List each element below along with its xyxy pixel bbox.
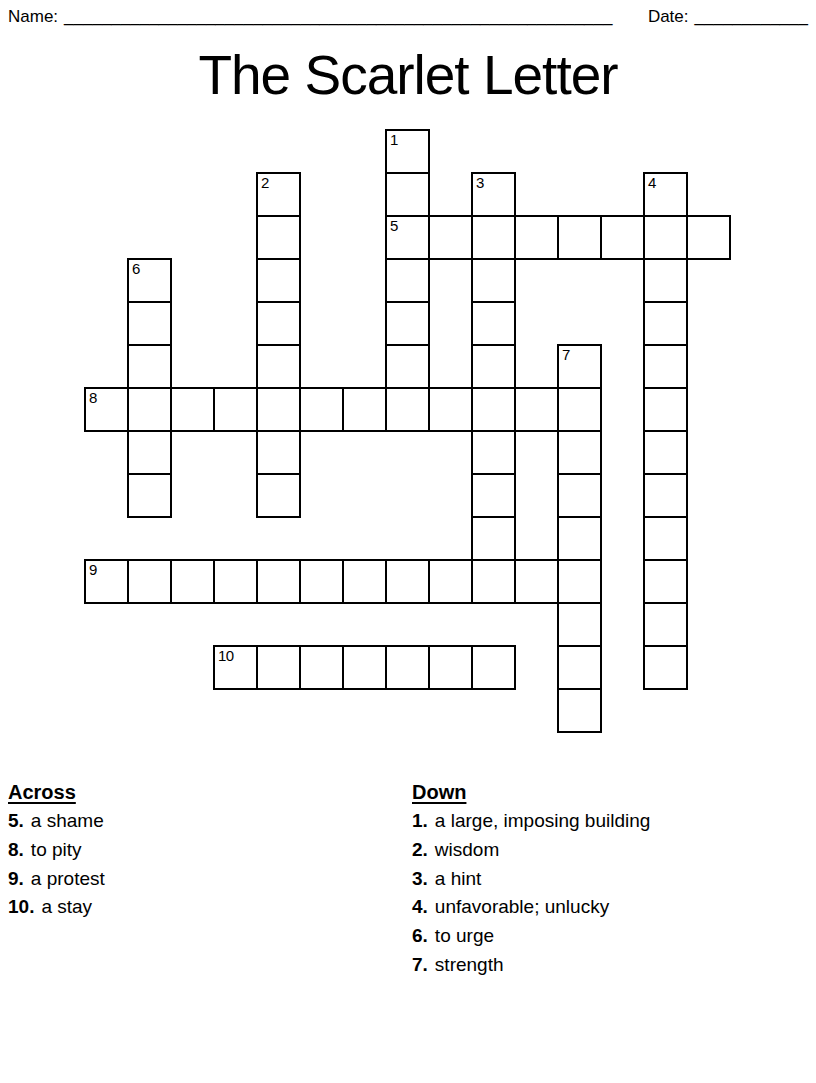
clue-number-7: 7 [562,347,570,362]
grid-cell[interactable] [428,215,473,260]
grid-cell[interactable] [471,473,516,518]
name-label: Name: [8,7,58,26]
grid-cell[interactable] [170,559,215,604]
grid-cell[interactable] [256,387,301,432]
across-clues: Across 5.a shame 8.to pity 9.a protest 1… [8,781,105,918]
grid-cell[interactable] [256,301,301,346]
grid-cell[interactable] [127,301,172,346]
grid-cell[interactable] [385,301,430,346]
clue-number-label: 3. [412,868,428,889]
grid-cell[interactable] [385,344,430,389]
grid-cell[interactable] [127,387,172,432]
grid-cell[interactable] [471,344,516,389]
clue-number-2: 2 [261,175,269,190]
grid-cell[interactable] [557,430,602,475]
grid-cell[interactable]: 3 [471,172,516,217]
grid-cell[interactable] [342,559,387,604]
clue-number-label: 4. [412,896,428,917]
clue-number-3: 3 [476,175,484,190]
grid-cell[interactable] [385,645,430,690]
clue-number-8: 8 [89,390,97,405]
grid-cell[interactable] [213,387,258,432]
grid-cell[interactable] [299,645,344,690]
clue-number-6: 6 [132,261,140,276]
date-blank[interactable]: ____________ [695,7,808,26]
clue-down-2: 2.wisdom [412,839,650,861]
clue-down-4: 4.unfavorable; unlucky [412,896,650,918]
grid-cell[interactable] [514,559,559,604]
clue-text: a hint [435,868,481,889]
grid-cell[interactable]: 1 [385,129,430,174]
grid-cell[interactable]: 8 [84,387,129,432]
clue-text: a shame [31,810,104,831]
grid-cell[interactable] [471,516,516,561]
down-header: Down [412,781,650,803]
grid-cell[interactable] [342,645,387,690]
clue-number-label: 8. [8,839,24,860]
crossword-grid: 12345678910 [84,129,734,736]
clue-across-10: 10.a stay [8,896,105,918]
grid-cell[interactable] [643,258,688,303]
grid-cell[interactable] [127,344,172,389]
clue-text: to urge [435,925,494,946]
date-label: Date: [648,7,689,26]
grid-cell[interactable] [256,559,301,604]
grid-cell[interactable] [471,258,516,303]
clue-across-8: 8.to pity [8,839,105,861]
grid-cell[interactable] [643,602,688,647]
grid-cell[interactable] [127,473,172,518]
clue-number-9: 9 [89,562,97,577]
grid-cell[interactable] [643,344,688,389]
worksheet-page: { "header": { "name_label": "Name:", "na… [0,0,816,1083]
grid-cell[interactable] [643,215,688,260]
grid-cell[interactable] [471,559,516,604]
clue-text: a stay [41,896,92,917]
grid-cell[interactable]: 6 [127,258,172,303]
clue-number-label: 5. [8,810,24,831]
clue-number-label: 1. [412,810,428,831]
grid-cell[interactable]: 7 [557,344,602,389]
clue-number-5: 5 [390,218,398,233]
grid-cell[interactable] [643,430,688,475]
grid-cell[interactable] [471,387,516,432]
grid-cell[interactable] [643,473,688,518]
grid-cell[interactable] [256,344,301,389]
grid-cell[interactable] [256,645,301,690]
clue-number-label: 10. [8,896,34,917]
grid-cell[interactable]: 2 [256,172,301,217]
clue-number-10: 10 [218,648,234,663]
grid-cell[interactable] [256,473,301,518]
grid-cell[interactable] [471,430,516,475]
grid-cell[interactable] [643,559,688,604]
grid-cell[interactable]: 9 [84,559,129,604]
grid-cell[interactable] [643,645,688,690]
grid-cell[interactable] [643,516,688,561]
grid-cell[interactable] [170,387,215,432]
clue-text: unfavorable; unlucky [435,896,609,917]
name-field: Name:___________________________________… [8,7,612,27]
grid-cell[interactable] [385,387,430,432]
grid-cell[interactable] [643,301,688,346]
grid-cell[interactable] [256,258,301,303]
grid-cell[interactable] [299,559,344,604]
across-header: Across [8,781,105,803]
grid-cell[interactable]: 10 [213,645,258,690]
grid-cell[interactable] [213,559,258,604]
grid-cell[interactable] [643,387,688,432]
puzzle-title: The Scarlet Letter [0,44,816,106]
grid-cell[interactable] [428,387,473,432]
clue-number-label: 2. [412,839,428,860]
grid-cell[interactable] [428,559,473,604]
grid-cell[interactable] [256,215,301,260]
clue-text: to pity [31,839,82,860]
clue-down-6: 6.to urge [412,925,650,947]
down-clue-list: 1.a large, imposing building 2.wisdom 3.… [412,810,650,975]
clue-number-label: 6. [412,925,428,946]
grid-cell[interactable]: 4 [643,172,688,217]
grid-cell[interactable] [557,602,602,647]
grid-cell[interactable] [686,215,731,260]
clue-text: a protest [31,868,105,889]
grid-cell[interactable] [471,301,516,346]
clue-across-5: 5.a shame [8,810,105,832]
grid-cell[interactable] [127,559,172,604]
grid-cell[interactable] [385,172,430,217]
down-clues: Down 1.a large, imposing building 2.wisd… [412,781,650,975]
clue-down-1: 1.a large, imposing building [412,810,650,832]
grid-cell[interactable] [256,430,301,475]
grid-cell[interactable] [600,215,645,260]
clue-number-4: 4 [648,175,656,190]
across-clue-list: 5.a shame 8.to pity 9.a protest 10.a sta… [8,810,105,918]
grid-cell[interactable] [342,387,387,432]
grid-cell[interactable] [557,387,602,432]
grid-cell[interactable] [471,645,516,690]
clue-text: a large, imposing building [435,810,650,831]
grid-cell[interactable] [428,645,473,690]
grid-cell[interactable] [299,387,344,432]
worksheet-header: Name:___________________________________… [8,7,808,27]
grid-cell[interactable] [557,516,602,561]
grid-cell[interactable] [557,215,602,260]
grid-cell[interactable]: 5 [385,215,430,260]
grid-cell[interactable] [557,559,602,604]
clue-across-9: 9.a protest [8,868,105,890]
grid-cell[interactable] [471,215,516,260]
clue-number-label: 9. [8,868,24,889]
grid-cell[interactable] [385,258,430,303]
clue-down-3: 3.a hint [412,868,650,890]
grid-cell[interactable] [557,473,602,518]
grid-cell[interactable] [557,645,602,690]
date-field: Date:____________ [648,7,808,27]
name-blank[interactable]: ________________________________________… [64,7,612,26]
clue-down-7: 7.strength [412,954,650,976]
grid-cell[interactable] [385,559,430,604]
clue-text: strength [435,954,504,975]
grid-cell[interactable] [514,387,559,432]
clue-number-label: 7. [412,954,428,975]
grid-cell[interactable] [127,430,172,475]
grid-cell[interactable] [514,215,559,260]
grid-cell[interactable] [557,688,602,733]
clue-number-1: 1 [390,132,398,147]
clue-text: wisdom [435,839,499,860]
